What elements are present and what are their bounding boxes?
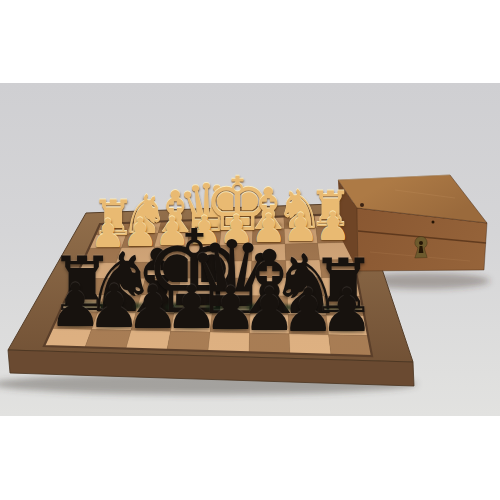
box-keyhole — [415, 237, 427, 259]
box-knot — [360, 203, 364, 207]
storage-box — [338, 175, 487, 271]
box-lid-pin — [432, 221, 435, 224]
photo: ♜♞♝♛♚♝♞♜♟♟♟♟♟♟♟♟♜♞♝♚♛♝♞♜♟♟♟♟♟♟♟♟ — [0, 0, 500, 500]
scene-graphics — [0, 0, 500, 500]
